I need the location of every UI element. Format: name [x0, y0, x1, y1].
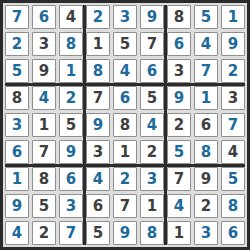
- sudoku-cell-r8c8[interactable]: 2: [194, 194, 218, 218]
- sudoku-cell-r6c2[interactable]: 7: [32, 140, 56, 164]
- sudoku-cell-r6c8[interactable]: 8: [194, 140, 218, 164]
- sudoku-cell-r5c2[interactable]: 1: [32, 113, 56, 137]
- sudoku-cell-r6c4[interactable]: 3: [86, 140, 110, 164]
- sudoku-cell-r8c9[interactable]: 8: [221, 194, 245, 218]
- sudoku-cell-r2c9[interactable]: 9: [221, 32, 245, 56]
- sudoku-grid: 7642398512381576495918463728427659133159…: [5, 5, 245, 245]
- sudoku-cell-r1c4[interactable]: 2: [86, 5, 110, 29]
- sudoku-cell-r7c9[interactable]: 5: [221, 167, 245, 191]
- sudoku-cell-r8c3[interactable]: 3: [59, 194, 83, 218]
- sudoku-cell-r7c6[interactable]: 3: [140, 167, 164, 191]
- sudoku-cell-r4c5[interactable]: 6: [113, 86, 137, 110]
- sudoku-cell-r2c6[interactable]: 7: [140, 32, 164, 56]
- sudoku-cell-r9c4[interactable]: 5: [86, 221, 110, 245]
- sudoku-cell-r8c5[interactable]: 7: [113, 194, 137, 218]
- sudoku-cell-r9c9[interactable]: 6: [221, 221, 245, 245]
- sudoku-cell-r6c5[interactable]: 1: [113, 140, 137, 164]
- sudoku-cell-r4c6[interactable]: 5: [140, 86, 164, 110]
- sudoku-cell-r2c7[interactable]: 6: [167, 32, 191, 56]
- sudoku-cell-r2c2[interactable]: 3: [32, 32, 56, 56]
- sudoku-cell-r9c5[interactable]: 9: [113, 221, 137, 245]
- sudoku-cell-r1c5[interactable]: 3: [113, 5, 137, 29]
- sudoku-cell-r1c7[interactable]: 8: [167, 5, 191, 29]
- sudoku-cell-r8c7[interactable]: 4: [167, 194, 191, 218]
- sudoku-cell-r6c3[interactable]: 9: [59, 140, 83, 164]
- sudoku-cell-r4c8[interactable]: 1: [194, 86, 218, 110]
- sudoku-cell-r5c3[interactable]: 5: [59, 113, 83, 137]
- sudoku-cell-r2c8[interactable]: 4: [194, 32, 218, 56]
- sudoku-cell-r5c7[interactable]: 2: [167, 113, 191, 137]
- sudoku-cell-r3c7[interactable]: 3: [167, 59, 191, 83]
- sudoku-cell-r4c3[interactable]: 2: [59, 86, 83, 110]
- sudoku-cell-r7c7[interactable]: 7: [167, 167, 191, 191]
- sudoku-cell-r6c6[interactable]: 2: [140, 140, 164, 164]
- sudoku-cell-r8c2[interactable]: 5: [32, 194, 56, 218]
- sudoku-cell-r3c8[interactable]: 7: [194, 59, 218, 83]
- sudoku-cell-r1c2[interactable]: 6: [32, 5, 56, 29]
- sudoku-cell-r7c3[interactable]: 6: [59, 167, 83, 191]
- sudoku-cell-r2c1[interactable]: 2: [5, 32, 29, 56]
- sudoku-cell-r1c6[interactable]: 9: [140, 5, 164, 29]
- sudoku-cell-r5c1[interactable]: 3: [5, 113, 29, 137]
- sudoku-cell-r6c7[interactable]: 5: [167, 140, 191, 164]
- sudoku-cell-r5c9[interactable]: 7: [221, 113, 245, 137]
- sudoku-cell-r1c3[interactable]: 4: [59, 5, 83, 29]
- sudoku-cell-r4c7[interactable]: 9: [167, 86, 191, 110]
- sudoku-cell-r2c4[interactable]: 1: [86, 32, 110, 56]
- sudoku-cell-r8c1[interactable]: 9: [5, 194, 29, 218]
- sudoku-cell-r4c2[interactable]: 4: [32, 86, 56, 110]
- sudoku-cell-r6c9[interactable]: 4: [221, 140, 245, 164]
- sudoku-cell-r5c5[interactable]: 8: [113, 113, 137, 137]
- sudoku-cell-r4c1[interactable]: 8: [5, 86, 29, 110]
- sudoku-cell-r2c5[interactable]: 5: [113, 32, 137, 56]
- sudoku-cell-r4c9[interactable]: 3: [221, 86, 245, 110]
- sudoku-cell-r3c1[interactable]: 5: [5, 59, 29, 83]
- sudoku-cell-r3c6[interactable]: 6: [140, 59, 164, 83]
- sudoku-cell-r9c2[interactable]: 2: [32, 221, 56, 245]
- sudoku-cell-r2c3[interactable]: 8: [59, 32, 83, 56]
- sudoku-cell-r5c8[interactable]: 6: [194, 113, 218, 137]
- sudoku-cell-r1c8[interactable]: 5: [194, 5, 218, 29]
- sudoku-cell-r8c4[interactable]: 6: [86, 194, 110, 218]
- sudoku-cell-r3c2[interactable]: 9: [32, 59, 56, 83]
- sudoku-cell-r7c5[interactable]: 2: [113, 167, 137, 191]
- sudoku-cell-r1c9[interactable]: 1: [221, 5, 245, 29]
- sudoku-cell-r4c4[interactable]: 7: [86, 86, 110, 110]
- sudoku-cell-r5c4[interactable]: 9: [86, 113, 110, 137]
- sudoku-cell-r9c8[interactable]: 3: [194, 221, 218, 245]
- sudoku-cell-r8c6[interactable]: 1: [140, 194, 164, 218]
- sudoku-cell-r3c3[interactable]: 1: [59, 59, 83, 83]
- sudoku-cell-r9c1[interactable]: 4: [5, 221, 29, 245]
- sudoku-cell-r6c1[interactable]: 6: [5, 140, 29, 164]
- sudoku-cell-r5c6[interactable]: 4: [140, 113, 164, 137]
- sudoku-cell-r9c6[interactable]: 8: [140, 221, 164, 245]
- sudoku-cell-r9c3[interactable]: 7: [59, 221, 83, 245]
- sudoku-cell-r3c9[interactable]: 2: [221, 59, 245, 83]
- sudoku-cell-r9c7[interactable]: 1: [167, 221, 191, 245]
- sudoku-cell-r3c4[interactable]: 8: [86, 59, 110, 83]
- sudoku-cell-r7c8[interactable]: 9: [194, 167, 218, 191]
- sudoku-cell-r7c1[interactable]: 1: [5, 167, 29, 191]
- sudoku-cell-r7c2[interactable]: 8: [32, 167, 56, 191]
- sudoku-board: 7642398512381576495918463728427659133159…: [0, 0, 250, 250]
- sudoku-cell-r7c4[interactable]: 4: [86, 167, 110, 191]
- sudoku-cell-r1c1[interactable]: 7: [5, 5, 29, 29]
- sudoku-cell-r3c5[interactable]: 4: [113, 59, 137, 83]
